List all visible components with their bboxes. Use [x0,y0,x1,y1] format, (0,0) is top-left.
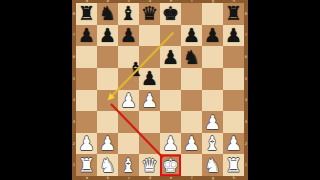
square-e4[interactable] [160,90,181,112]
black-king-e8[interactable]: ♚ [160,3,181,25]
white-pawn-b2[interactable]: ♟ [97,133,118,155]
white-pawn-a2[interactable]: ♟ [76,133,97,155]
square-c2[interactable] [118,133,139,155]
square-g8[interactable] [202,3,223,25]
square-e7[interactable] [160,25,181,47]
white-knight-g1[interactable]: ♞ [202,155,223,177]
moving-black-bishop-f8-to-b4[interactable]: ♝ [126,59,147,81]
coord-label: 4 [73,98,75,102]
coord-label: 5 [245,77,247,81]
letterbox-left [0,0,72,180]
white-rook-h1[interactable]: ♜ [223,155,244,177]
black-pawn-h7[interactable]: ♟ [223,25,244,47]
square-b5[interactable] [97,68,118,90]
coord-label: c [127,176,129,180]
coord-label: a [85,176,87,180]
black-knight-f6[interactable]: ♞ [181,46,202,68]
square-b4[interactable] [97,90,118,112]
square-e3[interactable] [160,111,181,133]
white-bishop-g2[interactable]: ♝ [202,133,223,155]
black-rook-h8[interactable]: ♜ [223,3,244,25]
chess-board-frame: 8877665544332211aabbccddeeffgghh♜♞♝♛♚♜♟♟… [72,0,248,180]
square-f5[interactable] [181,68,202,90]
square-g5[interactable] [202,68,223,90]
coord-label: 6 [73,55,75,59]
coord-label: 6 [245,55,247,59]
black-pawn-g7[interactable]: ♟ [202,25,223,47]
square-a5[interactable] [76,68,97,90]
coord-label: 3 [73,120,75,124]
coord-label: 3 [245,120,247,124]
coord-label: e [169,176,171,180]
square-h6[interactable] [223,46,244,68]
square-e5[interactable] [160,68,181,90]
coord-label: 8 [73,12,75,16]
square-b3[interactable] [97,111,118,133]
white-pawn-g3[interactable]: ♟ [202,111,223,133]
square-d3[interactable] [139,111,160,133]
coord-label: 7 [73,34,75,38]
black-pawn-b7[interactable]: ♟ [97,25,118,47]
white-pawn-c4[interactable]: ♟ [118,90,139,112]
square-d2[interactable] [139,133,160,155]
coord-label: 1 [73,163,75,167]
coord-label: h [232,176,234,180]
square-a3[interactable] [76,111,97,133]
square-f1[interactable] [181,154,202,176]
white-rook-a1[interactable]: ♜ [76,155,97,177]
white-pawn-h2[interactable]: ♟ [223,133,244,155]
video-frame: 8877665544332211aabbccddeeffgghh♜♞♝♛♚♜♟♟… [0,0,320,180]
square-a4[interactable] [76,90,97,112]
coord-label: g [211,176,213,180]
square-f8[interactable] [181,3,202,25]
coord-label: 5 [73,77,75,81]
black-pawn-e6[interactable]: ♟ [160,46,181,68]
white-bishop-c1[interactable]: ♝ [118,155,139,177]
square-d7[interactable] [139,25,160,47]
square-f3[interactable] [181,111,202,133]
black-pawn-f7[interactable]: ♟ [181,25,202,47]
square-g6[interactable] [202,46,223,68]
square-b6[interactable] [97,46,118,68]
white-pawn-e2[interactable]: ♟ [160,133,181,155]
coord-label: 2 [245,142,247,146]
coord-label: b [106,176,108,180]
square-h3[interactable] [223,111,244,133]
black-pawn-c7[interactable]: ♟ [118,25,139,47]
coord-label: 4 [245,98,247,102]
black-bishop-c8[interactable]: ♝ [118,3,139,25]
square-f4[interactable] [181,90,202,112]
black-queen-d8[interactable]: ♛ [139,3,160,25]
coord-label: 2 [73,142,75,146]
square-h4[interactable] [223,90,244,112]
coord-label: 7 [245,34,247,38]
white-king-e1[interactable]: ♚ [160,155,181,177]
black-pawn-a7[interactable]: ♟ [76,25,97,47]
black-rook-a8[interactable]: ♜ [76,3,97,25]
coord-label: 8 [245,12,247,16]
square-h5[interactable] [223,68,244,90]
square-c3[interactable] [118,111,139,133]
coord-label: f [191,176,192,180]
square-a6[interactable] [76,46,97,68]
coord-label: 1 [245,163,247,167]
coord-label: d [148,176,150,180]
black-knight-b8[interactable]: ♞ [97,3,118,25]
white-queen-d1[interactable]: ♛ [139,155,160,177]
white-knight-b1[interactable]: ♞ [97,155,118,177]
square-g4[interactable] [202,90,223,112]
white-pawn-f2[interactable]: ♟ [181,133,202,155]
white-pawn-d4[interactable]: ♟ [139,90,160,112]
letterbox-right [248,0,320,180]
